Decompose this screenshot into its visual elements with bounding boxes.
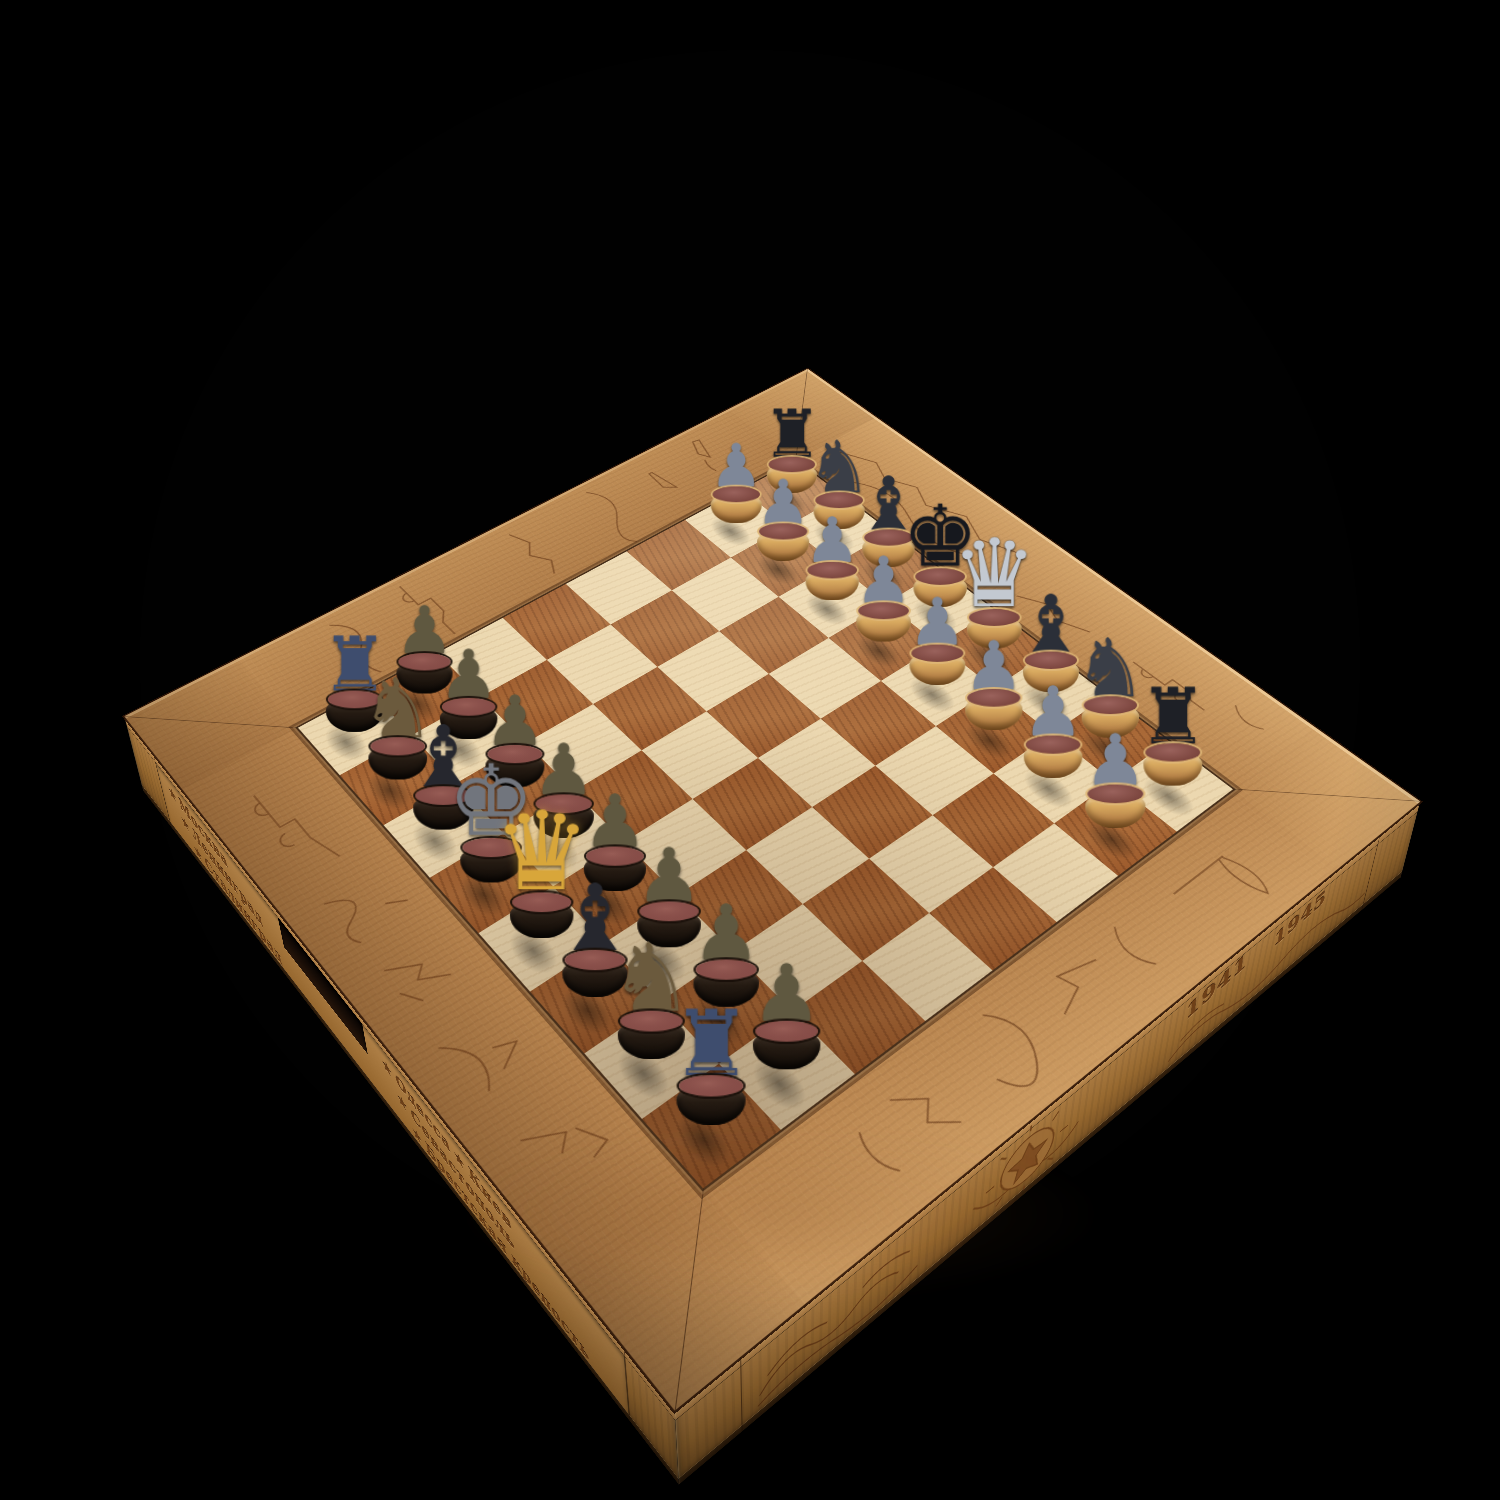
piece-white-rook-a1[interactable]: ♜ [637,892,785,1124]
turned-wood-base [1085,784,1145,828]
camera-stage: ♜♞♝♛♚♝♞♜♟♟♟♟♟♟♟♟♟♟♟♟♟♟♟♟♜♞♝♛♚♝♞♜ ✯Москва… [0,0,1500,1500]
miter-seam [1232,788,1420,801]
star-icon: ✯ [382,1056,393,1081]
felt-top [1087,784,1143,803]
felt-top [679,1074,743,1095]
box-top-face: ♜♞♝♛♚♝♞♜♟♟♟♟♟♟♟♟♟♟♟♟♟♟♟♟♜♞♝♛♚♝♞♜ [124,369,1420,1411]
studio-scene: ♜♞♝♛♚♝♞♜♟♟♟♟♟♟♟♟♟♟♟♟♟♟♟♟♜♞♝♛♚♝♞♜ ✯Москва… [0,0,1500,1500]
miter-seam [675,1187,705,1410]
miter-seam [124,716,299,728]
rook-figurine: ♜ [671,1002,752,1085]
turned-wood-base [677,1074,746,1124]
piece-black-pawn-a7[interactable]: ♟ [1051,625,1179,827]
